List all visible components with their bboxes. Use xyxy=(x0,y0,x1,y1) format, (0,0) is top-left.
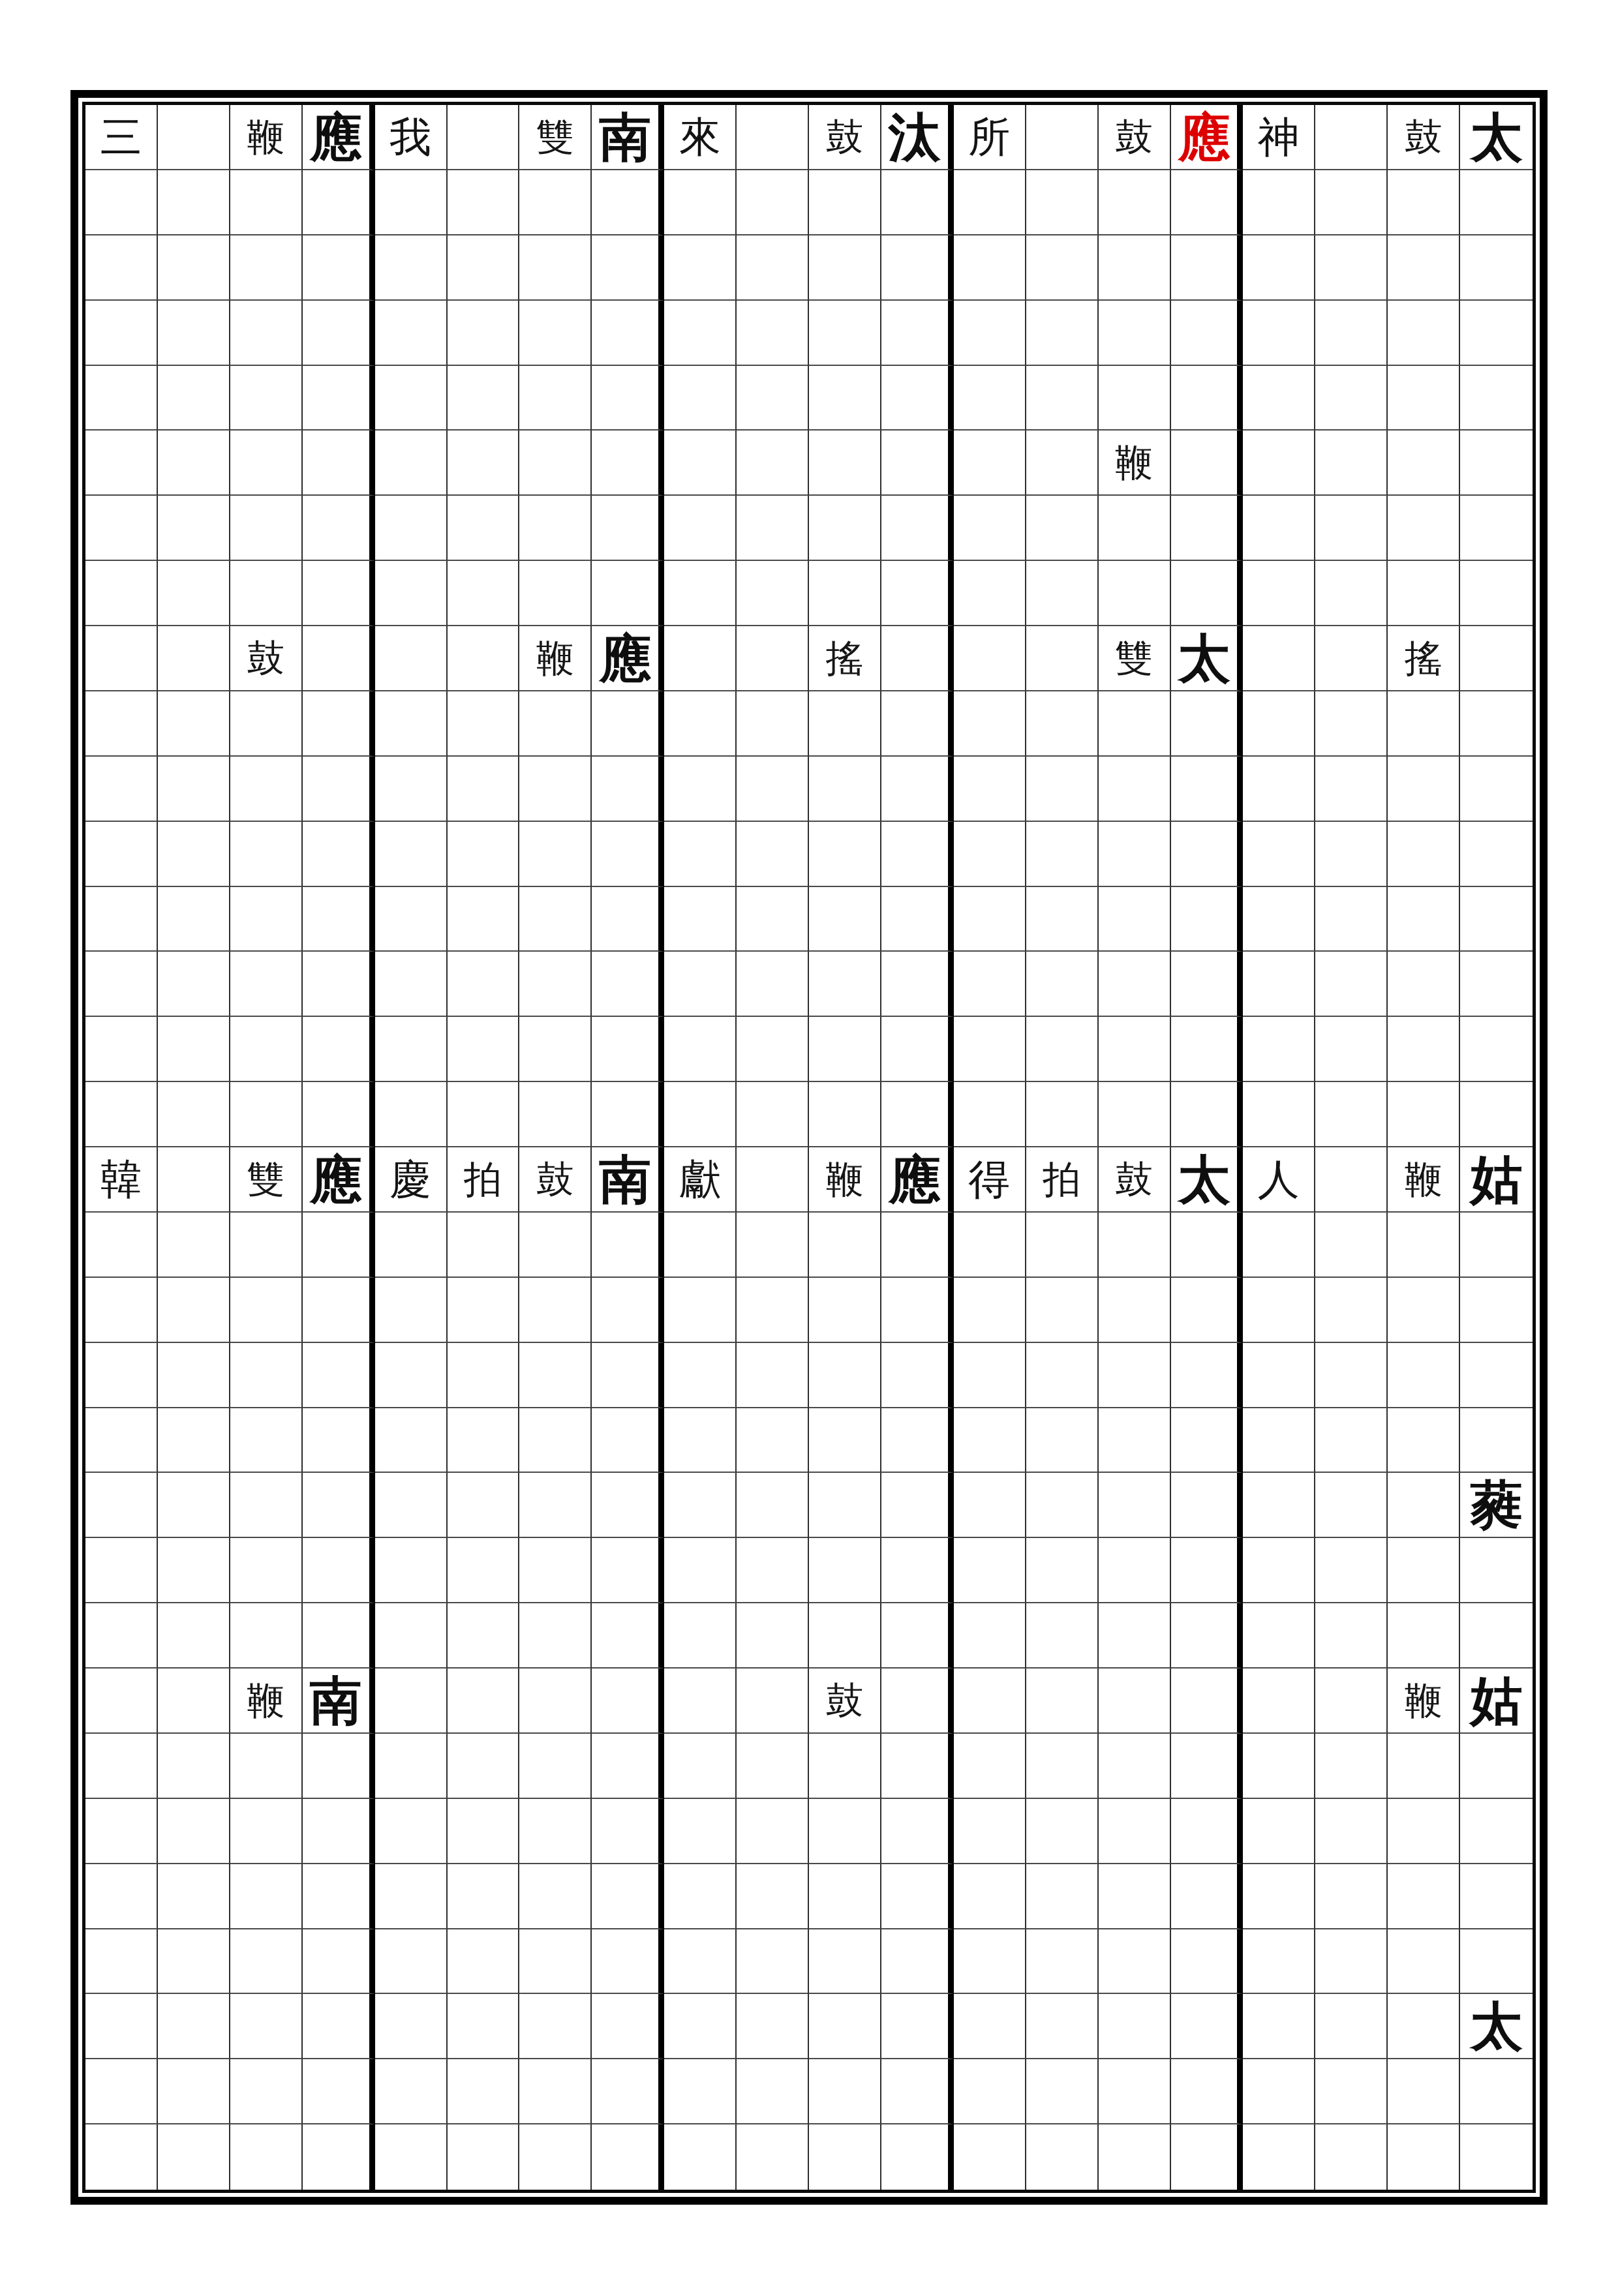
jeonggan-cell xyxy=(448,1864,520,1929)
jeonggan-cell xyxy=(375,496,448,561)
jeonggan-cell xyxy=(375,757,448,822)
lyric-glyph: 所 xyxy=(968,116,1010,158)
jeonggan-cell xyxy=(230,1538,303,1603)
jeonggan-cell: 應 xyxy=(1171,105,1244,170)
jeonggan-cell xyxy=(448,235,520,301)
percussion-glyph: 鼓 xyxy=(247,639,284,677)
jeonggan-cell xyxy=(592,1017,664,1082)
jeonggan-cell xyxy=(1026,626,1099,691)
jeonggan-cell xyxy=(375,822,448,887)
jeonggan-cell xyxy=(85,757,158,822)
jeonggan-cell xyxy=(1388,1278,1460,1343)
jeonggan-cell xyxy=(1315,1538,1388,1603)
score-sheet-inner-frame: 三鞭應我雙南來鼓汰所鼓應神鼓太鞭鼓鞭應搖雙太搖韓雙應慶拍鼓南獻鞭應得拍鼓太人鞭姑… xyxy=(82,102,1536,2193)
jeonggan-cell xyxy=(230,1017,303,1082)
percussion-glyph: 拍 xyxy=(464,1160,502,1198)
jeonggan-cell xyxy=(809,430,881,496)
jeonggan-cell xyxy=(303,1213,375,1278)
jeonggan-cell xyxy=(954,1734,1026,1799)
jeonggan-cell xyxy=(230,1994,303,2059)
jeonggan-cell xyxy=(1243,1017,1315,1082)
percussion-glyph: 搖 xyxy=(1405,639,1442,677)
jeonggan-cell xyxy=(230,561,303,626)
jeonggan-cell xyxy=(448,2059,520,2124)
jeonggan-cell xyxy=(1315,430,1388,496)
jeonggan-cell xyxy=(448,2124,520,2190)
jeonggan-cell xyxy=(230,1603,303,1669)
jeonggan-cell xyxy=(1243,1603,1315,1669)
jeonggan-cell xyxy=(954,170,1026,235)
jeonggan-cell: 人 xyxy=(1243,1147,1315,1213)
jeonggan-cell: 鼓 xyxy=(809,105,881,170)
jeonggan-cell xyxy=(664,952,737,1017)
jeonggan-cell xyxy=(85,822,158,887)
jeonggan-cell xyxy=(1315,235,1388,301)
jeonggan-cell xyxy=(664,1213,737,1278)
jeonggan-cell xyxy=(303,1864,375,1929)
jeonggan-cell: 汰 xyxy=(881,105,954,170)
jeonggan-cell xyxy=(954,301,1026,366)
jeonggan-cell xyxy=(664,1082,737,1147)
jeonggan-cell xyxy=(737,430,809,496)
jeonggan-cell xyxy=(85,561,158,626)
jeonggan-cell: 鞭 xyxy=(230,1669,303,1734)
jeonggan-cell xyxy=(1171,1343,1244,1408)
jeonggan-cell: 慶 xyxy=(375,1147,448,1213)
jeonggan-cell xyxy=(592,1408,664,1473)
jeonggan-cell xyxy=(1460,1799,1533,1864)
jeonggan-cell xyxy=(1099,366,1171,431)
jeonggan-cell xyxy=(303,1734,375,1799)
jeonggan-cell xyxy=(158,1538,230,1603)
jeonggan-cell xyxy=(737,1603,809,1669)
jeonggan-cell xyxy=(1099,1603,1171,1669)
jeonggan-cell xyxy=(1171,1603,1244,1669)
jeonggan-cell xyxy=(809,235,881,301)
jeonggan-cell xyxy=(519,1473,592,1538)
jeonggan-cell xyxy=(1026,1538,1099,1603)
jeonggan-cell xyxy=(303,496,375,561)
percussion-glyph: 鼓 xyxy=(1405,118,1442,156)
jeonggan-cell xyxy=(737,170,809,235)
pitch-glyph: 姑 xyxy=(1471,1153,1523,1205)
jeonggan-cell xyxy=(664,301,737,366)
jeonggan-cell xyxy=(1315,2059,1388,2124)
jeonggan-cell xyxy=(881,1864,954,1929)
jeonggan-cell xyxy=(1388,1799,1460,1864)
jeonggan-cell xyxy=(85,1864,158,1929)
jeonggan-cell xyxy=(1099,2124,1171,2190)
jeonggan-cell xyxy=(303,1278,375,1343)
jeonggan-cell xyxy=(1171,1734,1244,1799)
jeonggan-cell xyxy=(1243,1082,1315,1147)
jeonggan-cell xyxy=(519,1929,592,1995)
jeonggan-cell: 搖 xyxy=(809,626,881,691)
jeonggan-cell xyxy=(954,626,1026,691)
jeonggan-cell xyxy=(1243,691,1315,757)
jeonggan-cell xyxy=(519,561,592,626)
jeonggan-cell xyxy=(1388,757,1460,822)
jeonggan-cell xyxy=(158,496,230,561)
pitch-glyph: 太 xyxy=(1471,2000,1523,2052)
jeonggan-cell xyxy=(737,691,809,757)
jeonggan-cell xyxy=(1026,1473,1099,1538)
jeonggan-cell xyxy=(158,691,230,757)
jeonggan-cell xyxy=(85,626,158,691)
jeonggan-cell xyxy=(592,430,664,496)
jeonggan-cell xyxy=(1243,1734,1315,1799)
jeonggan-cell xyxy=(737,822,809,887)
jeonggan-cell xyxy=(592,1278,664,1343)
jeonggan-cell xyxy=(303,1408,375,1473)
jeonggan-cell xyxy=(881,1408,954,1473)
jeonggan-cell xyxy=(85,1603,158,1669)
jeonggan-cell xyxy=(592,1669,664,1734)
jeonggan-cell xyxy=(85,1343,158,1408)
jeonggan-cell xyxy=(1388,561,1460,626)
jeonggan-cell xyxy=(1171,430,1244,496)
jeonggan-cell xyxy=(158,301,230,366)
jeonggan-cell xyxy=(1315,1929,1388,1995)
percussion-glyph: 雙 xyxy=(1115,639,1153,677)
jeonggan-cell xyxy=(592,1213,664,1278)
jeonggan-cell xyxy=(230,366,303,431)
jeonggan-cell: 來 xyxy=(664,105,737,170)
jeonggan-cell xyxy=(448,887,520,952)
jeonggan-cell: 鞭 xyxy=(519,626,592,691)
jeonggan-cell xyxy=(1243,1343,1315,1408)
jeonggan-cell xyxy=(592,2059,664,2124)
jeonggan-cell xyxy=(1099,952,1171,1017)
jeonggan-cell xyxy=(809,1082,881,1147)
jeonggan-cell xyxy=(954,1017,1026,1082)
jeonggan-cell xyxy=(954,1408,1026,1473)
jeonggan-cell xyxy=(592,1538,664,1603)
jeonggan-cell xyxy=(1171,1473,1244,1538)
jeonggan-cell xyxy=(1460,1734,1533,1799)
jeonggan-cell xyxy=(664,1929,737,1995)
jeonggan-cell xyxy=(1243,822,1315,887)
jeonggan-cell xyxy=(664,1603,737,1669)
jeonggan-cell xyxy=(737,952,809,1017)
jeonggan-cell xyxy=(303,1017,375,1082)
jeonggan-cell xyxy=(809,1538,881,1603)
jeonggan-cell xyxy=(519,1408,592,1473)
jeonggan-cell xyxy=(1171,2124,1244,2190)
jeonggan-cell xyxy=(809,301,881,366)
jeonggan-cell xyxy=(664,626,737,691)
jeonggan-cell xyxy=(809,1278,881,1343)
jeonggan-cell xyxy=(881,757,954,822)
jeonggan-cell xyxy=(1388,887,1460,952)
jeonggan-cell: 太 xyxy=(1171,1147,1244,1213)
jeonggan-cell xyxy=(1099,170,1171,235)
jeonggan-cell xyxy=(303,757,375,822)
percussion-glyph: 拍 xyxy=(1043,1160,1080,1198)
jeonggan-cell xyxy=(303,1603,375,1669)
jeonggan-cell xyxy=(1171,1538,1244,1603)
percussion-glyph: 鼓 xyxy=(825,1682,863,1719)
jeonggan-cell xyxy=(1388,1734,1460,1799)
jeonggan-cell xyxy=(1315,1799,1388,1864)
jeonggan-cell xyxy=(1099,1473,1171,1538)
jeonggan-cell xyxy=(1388,2059,1460,2124)
jeonggan-cell xyxy=(664,496,737,561)
pitch-glyph: 蕤 xyxy=(1471,1479,1523,1531)
pitch-glyph: 汰 xyxy=(889,111,941,163)
jeonggan-cell xyxy=(881,952,954,1017)
jeonggan-cell xyxy=(737,1473,809,1538)
score-sheet: 三鞭應我雙南來鼓汰所鼓應神鼓太鞭鼓鞭應搖雙太搖韓雙應慶拍鼓南獻鞭應得拍鼓太人鞭姑… xyxy=(70,90,1548,2205)
jeonggan-cell xyxy=(1460,887,1533,952)
jeonggan-cell xyxy=(664,822,737,887)
jeonggan-cell xyxy=(664,430,737,496)
jeonggan-cell xyxy=(448,1408,520,1473)
jeonggan-cell xyxy=(1026,887,1099,952)
jeonggan-cell xyxy=(230,1343,303,1408)
jeonggan-cell xyxy=(85,1408,158,1473)
jeonggan-cell xyxy=(1315,1017,1388,1082)
jeonggan-cell xyxy=(737,1669,809,1734)
jeonggan-cell xyxy=(85,952,158,1017)
jeonggan-cell xyxy=(448,170,520,235)
jeonggan-cell xyxy=(881,2059,954,2124)
lyric-glyph: 韓 xyxy=(100,1158,142,1200)
jeonggan-cell xyxy=(737,235,809,301)
jeonggan-cell xyxy=(1171,1929,1244,1995)
jeonggan-cell xyxy=(158,1734,230,1799)
jeonggan-cell xyxy=(1243,1929,1315,1995)
jeonggan-cell xyxy=(1171,691,1244,757)
jeonggan-cell xyxy=(881,822,954,887)
jeonggan-cell xyxy=(737,1082,809,1147)
jeonggan-cell xyxy=(1315,691,1388,757)
jeonggan-cell xyxy=(158,2124,230,2190)
jeonggan-cell xyxy=(809,366,881,431)
jeonggan-cell xyxy=(158,561,230,626)
jeonggan-cell xyxy=(1026,366,1099,431)
jeonggan-cell xyxy=(1315,822,1388,887)
jeonggan-cell xyxy=(1243,1799,1315,1864)
jeonggan-cell xyxy=(230,1734,303,1799)
jeonggan-cell: 太 xyxy=(1171,626,1244,691)
jeonggan-cell xyxy=(303,691,375,757)
percussion-glyph: 鼓 xyxy=(1115,1160,1153,1198)
jeonggan-cell xyxy=(375,2059,448,2124)
jeonggan-cell xyxy=(954,1278,1026,1343)
jeonggan-cell xyxy=(881,887,954,952)
jeonggan-cell xyxy=(881,1082,954,1147)
jeonggan-cell xyxy=(954,822,1026,887)
jeonggan-cell xyxy=(1099,887,1171,952)
jeonggan-cell xyxy=(664,691,737,757)
jeonggan-cell xyxy=(519,1603,592,1669)
jeonggan-cell xyxy=(1243,1538,1315,1603)
jeonggan-cell xyxy=(1099,235,1171,301)
jeonggan-cell xyxy=(1171,1864,1244,1929)
jeonggan-cell xyxy=(881,691,954,757)
jeonggan-cell xyxy=(1099,822,1171,887)
jeonggan-cell: 三 xyxy=(85,105,158,170)
jeonggan-cell xyxy=(158,1213,230,1278)
jeonggan-cell xyxy=(592,301,664,366)
jeonggan-cell xyxy=(954,1473,1026,1538)
jeonggan-cell xyxy=(664,2124,737,2190)
jeonggan-cell xyxy=(230,1799,303,1864)
jeonggan-cell xyxy=(664,887,737,952)
jeonggan-cell xyxy=(85,235,158,301)
jeonggan-cell xyxy=(881,430,954,496)
jeonggan-cell xyxy=(1315,1473,1388,1538)
jeonggan-cell xyxy=(954,1603,1026,1669)
jeonggan-cell xyxy=(664,2059,737,2124)
jeonggan-cell xyxy=(954,1213,1026,1278)
jeonggan-cell xyxy=(158,1603,230,1669)
jeonggan-cell xyxy=(809,170,881,235)
jeonggan-cell xyxy=(1026,757,1099,822)
jeonggan-cell xyxy=(1388,1017,1460,1082)
jeonggan-cell xyxy=(1315,170,1388,235)
jeonggan-cell xyxy=(881,561,954,626)
jeonggan-cell xyxy=(519,1734,592,1799)
jeonggan-cell xyxy=(158,1278,230,1343)
jeonggan-cell xyxy=(1243,626,1315,691)
jeonggan-cell xyxy=(1171,1408,1244,1473)
jeonggan-cell xyxy=(954,952,1026,1017)
jeonggan-cell xyxy=(737,1929,809,1995)
jeonggan-cell xyxy=(448,952,520,1017)
jeonggan-cell xyxy=(448,561,520,626)
jeonggan-cell xyxy=(737,1343,809,1408)
jeonggan-cell xyxy=(809,1343,881,1408)
jeonggan-cell xyxy=(954,2059,1026,2124)
jeonggan-cell xyxy=(1099,1994,1171,2059)
jeonggan-cell xyxy=(1388,1213,1460,1278)
jeonggan-cell xyxy=(1171,1017,1244,1082)
jeonggan-cell xyxy=(1460,952,1533,1017)
jeonggan-cell xyxy=(375,1538,448,1603)
jeonggan-cell xyxy=(158,235,230,301)
jeonggan-cell xyxy=(519,170,592,235)
jeonggan-cell xyxy=(303,366,375,431)
jeonggan-cell xyxy=(448,1603,520,1669)
pitch-glyph: 姑 xyxy=(1471,1674,1523,1727)
jeonggan-cell xyxy=(1388,691,1460,757)
jeonggan-cell xyxy=(592,1929,664,1995)
jeonggan-cell xyxy=(1026,561,1099,626)
jeonggan-cell xyxy=(1171,235,1244,301)
jeonggan-cell xyxy=(954,1864,1026,1929)
jeonggan-cell xyxy=(1171,366,1244,431)
jeonggan-cell xyxy=(1460,170,1533,235)
jeonggan-cell xyxy=(230,430,303,496)
jeonggan-cell xyxy=(448,1994,520,2059)
jeonggan-cell xyxy=(1315,1603,1388,1669)
jeonggan-cell xyxy=(881,1213,954,1278)
jeonggan-cell xyxy=(1099,1538,1171,1603)
jeonggan-cell xyxy=(1388,1343,1460,1408)
jeonggan-cell xyxy=(1099,561,1171,626)
jeonggan-cell: 南 xyxy=(592,105,664,170)
jeonggan-cell xyxy=(375,1473,448,1538)
jeonggan-cell xyxy=(158,170,230,235)
jeonggan-cell xyxy=(375,1734,448,1799)
jeonggan-cell xyxy=(158,1017,230,1082)
jeonggan-cell xyxy=(881,1799,954,1864)
jeonggan-cell xyxy=(1026,2059,1099,2124)
jeonggan-cell xyxy=(881,1603,954,1669)
jeonggan-cell xyxy=(230,170,303,235)
jeonggan-cell xyxy=(737,887,809,952)
percussion-glyph: 雙 xyxy=(247,1160,284,1198)
jeonggan-cell xyxy=(1171,757,1244,822)
jeonggan-cell xyxy=(954,757,1026,822)
jeonggan-cell xyxy=(1388,430,1460,496)
jeonggan-cell xyxy=(664,1864,737,1929)
jeonggan-cell xyxy=(737,1408,809,1473)
jeonggan-cell xyxy=(1315,2124,1388,2190)
jeonggan-cell xyxy=(1099,1669,1171,1734)
jeonggan-cell xyxy=(85,2124,158,2190)
jeonggan-cell xyxy=(375,235,448,301)
jeonggan-cell xyxy=(809,2124,881,2190)
jeonggan-cell xyxy=(954,1929,1026,1995)
jeonggan-cell xyxy=(1171,1799,1244,1864)
jeonggan-cell xyxy=(1243,757,1315,822)
jeonggan-cell xyxy=(809,2059,881,2124)
jeonggan-cell xyxy=(519,1017,592,1082)
jeonggan-cell xyxy=(519,757,592,822)
jeonggan-cell xyxy=(303,1994,375,2059)
jeonggan-cell xyxy=(519,430,592,496)
jeonggan-cell xyxy=(1388,235,1460,301)
jeonggan-cell xyxy=(1243,1408,1315,1473)
jeonggan-cell xyxy=(881,1017,954,1082)
jeonggan-cell xyxy=(1315,1408,1388,1473)
jeonggan-cell xyxy=(85,1473,158,1538)
jeonggan-cell xyxy=(158,1669,230,1734)
jeonggan-cell xyxy=(1171,561,1244,626)
jeonggan-cell xyxy=(954,1082,1026,1147)
jeonggan-cell xyxy=(592,561,664,626)
jeonggan-cell xyxy=(303,301,375,366)
jeonggan-cell: 雙 xyxy=(1099,626,1171,691)
jeonggan-cell xyxy=(1099,496,1171,561)
jeonggan-cell xyxy=(809,1734,881,1799)
jeonggan-cell: 應 xyxy=(592,626,664,691)
jeonggan-cell: 所 xyxy=(954,105,1026,170)
jeonggan-cell xyxy=(1171,1082,1244,1147)
jeonggan-cell xyxy=(592,1082,664,1147)
jeonggan-cell xyxy=(1099,1278,1171,1343)
jeonggan-cell xyxy=(954,1994,1026,2059)
jeonggan-cell xyxy=(592,691,664,757)
jeonggan-cell xyxy=(1026,1799,1099,1864)
jeonggan-cell xyxy=(1460,366,1533,431)
jeonggan-cell: 鞭 xyxy=(809,1147,881,1213)
jeonggan-cell xyxy=(1171,1213,1244,1278)
jeonggan-cell xyxy=(519,1278,592,1343)
jeonggan-cell xyxy=(1460,1278,1533,1343)
jeonggan-cell xyxy=(809,822,881,887)
jeonggan-cell xyxy=(1388,170,1460,235)
jeonggan-cell xyxy=(809,887,881,952)
jeonggan-cell xyxy=(592,1994,664,2059)
jeonggan-cell xyxy=(737,1799,809,1864)
jeonggan-cell xyxy=(1243,1864,1315,1929)
jeonggan-cell xyxy=(1026,952,1099,1017)
jeonggan-cell xyxy=(1243,235,1315,301)
